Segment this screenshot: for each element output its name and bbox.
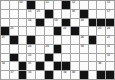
grid-cell[interactable] <box>54 54 63 63</box>
clue-number: 30 <box>80 45 83 48</box>
clue-number: 21 <box>10 27 13 30</box>
grid-cell[interactable] <box>19 45 28 54</box>
grid-cell[interactable] <box>89 71 98 80</box>
grid-cell[interactable] <box>36 45 45 54</box>
grid-cell[interactable] <box>45 62 54 71</box>
grid-cell[interactable] <box>97 45 106 54</box>
crossword-grid: 1011121314151617181920212223242526272829… <box>0 0 115 80</box>
clue-number: 12 <box>72 1 75 4</box>
grid-cell[interactable] <box>1 71 10 80</box>
clue-number: 13 <box>107 1 110 4</box>
grid-cell[interactable] <box>27 27 36 36</box>
grid-cell[interactable] <box>71 45 80 54</box>
grid-cell[interactable]: 30 <box>80 45 89 54</box>
grid-cell[interactable]: 38 <box>27 71 36 80</box>
grid-cell[interactable] <box>10 45 19 54</box>
grid-cell[interactable]: 21 <box>10 27 19 36</box>
grid-cell[interactable] <box>80 62 89 71</box>
grid-cell[interactable]: 23 <box>97 27 106 36</box>
black-cell <box>36 19 45 28</box>
clue-number: 28 <box>28 45 31 48</box>
black-cell <box>36 62 45 71</box>
grid-cell[interactable] <box>1 1 10 10</box>
clue-number: 27 <box>107 36 110 39</box>
black-cell <box>45 10 54 19</box>
grid-cell[interactable] <box>97 36 106 45</box>
grid-cell[interactable] <box>71 19 80 28</box>
grid-cell[interactable]: 15 <box>36 10 45 19</box>
grid-cell[interactable] <box>36 27 45 36</box>
grid-cell[interactable]: 10 <box>19 1 28 10</box>
clue-number: 20 <box>80 19 83 22</box>
grid-cell[interactable] <box>10 1 19 10</box>
grid-cell[interactable]: 20 <box>80 19 89 28</box>
black-cell <box>19 71 28 80</box>
grid-cell[interactable] <box>19 36 28 45</box>
clue-number: 38 <box>28 71 31 74</box>
grid-cell[interactable] <box>19 10 28 19</box>
grid-cell[interactable]: 11 <box>45 1 54 10</box>
grid-cell[interactable]: 19 <box>54 19 63 28</box>
black-cell <box>10 36 19 45</box>
clue-number: 32 <box>28 54 31 57</box>
grid-cell[interactable] <box>89 62 98 71</box>
grid-cell[interactable] <box>89 45 98 54</box>
clue-number: 26 <box>80 36 83 39</box>
grid-cell[interactable]: 36 <box>97 62 106 71</box>
grid-cell[interactable] <box>71 36 80 45</box>
clue-number: 33 <box>107 54 110 57</box>
black-cell <box>54 27 63 36</box>
black-cell <box>54 62 63 71</box>
grid-cell[interactable] <box>89 10 98 19</box>
grid-cell[interactable] <box>45 27 54 36</box>
clue-number: 16 <box>72 10 75 13</box>
grid-cell[interactable]: 22 <box>62 27 71 36</box>
grid-cell[interactable] <box>45 19 54 28</box>
grid-cell[interactable] <box>62 10 71 19</box>
grid-cell[interactable] <box>62 54 71 63</box>
clue-number: 40 <box>72 71 75 74</box>
clue-number: 37 <box>10 71 13 74</box>
grid-cell[interactable] <box>80 1 89 10</box>
grid-cell[interactable] <box>89 27 98 36</box>
grid-cell[interactable] <box>19 54 28 63</box>
grid-cell[interactable] <box>1 45 10 54</box>
grid-cell[interactable] <box>54 1 63 10</box>
grid-cell[interactable] <box>36 36 45 45</box>
grid-cell[interactable]: 39 <box>62 71 71 80</box>
grid-cell[interactable] <box>89 1 98 10</box>
black-cell <box>106 71 115 80</box>
grid-cell[interactable] <box>62 45 71 54</box>
black-cell <box>97 71 106 80</box>
grid-cell[interactable] <box>80 54 89 63</box>
grid-cell[interactable]: 34 <box>1 62 10 71</box>
grid-cell[interactable] <box>106 62 115 71</box>
grid-cell[interactable]: 33 <box>106 54 115 63</box>
clue-number: 18 <box>28 19 31 22</box>
grid-cell[interactable] <box>10 10 19 19</box>
clue-number: 10 <box>19 1 22 4</box>
clue-number: 31 <box>107 45 110 48</box>
clue-number: 34 <box>2 62 5 65</box>
grid-cell[interactable]: 37 <box>10 71 19 80</box>
clue-number: 25 <box>2 36 5 39</box>
clue-number: 36 <box>98 62 101 65</box>
clue-number: 14 <box>28 10 31 13</box>
grid-cell[interactable] <box>36 54 45 63</box>
grid-cell[interactable]: 16 <box>71 10 80 19</box>
grid-cell[interactable] <box>62 36 71 45</box>
grid-cell[interactable] <box>54 71 63 80</box>
black-cell <box>54 45 63 54</box>
clue-number: 24 <box>107 27 110 30</box>
grid-cell[interactable] <box>89 54 98 63</box>
black-cell <box>89 19 98 28</box>
black-cell <box>19 62 28 71</box>
clue-number: 15 <box>37 10 40 13</box>
grid-cell[interactable] <box>19 27 28 36</box>
black-cell <box>71 27 80 36</box>
clue-number: 22 <box>63 27 66 30</box>
grid-cell[interactable] <box>36 71 45 80</box>
grid-cell[interactable]: 18 <box>27 19 36 28</box>
clue-number: 29 <box>45 45 48 48</box>
grid-cell[interactable] <box>97 1 106 10</box>
clue-number: 11 <box>45 1 48 4</box>
black-cell <box>10 54 19 63</box>
black-cell <box>80 71 89 80</box>
black-cell <box>45 54 54 63</box>
clue-number: 39 <box>63 71 66 74</box>
grid-cell[interactable]: 29 <box>45 45 54 54</box>
clue-number: 35 <box>28 62 31 65</box>
black-cell <box>62 1 71 10</box>
black-cell <box>45 71 54 80</box>
grid-cell[interactable] <box>1 10 10 19</box>
clue-number: 19 <box>54 19 57 22</box>
grid-cell[interactable] <box>71 54 80 63</box>
grid-cell[interactable] <box>54 36 63 45</box>
clue-number: 23 <box>98 27 101 30</box>
grid-cell[interactable] <box>1 19 10 28</box>
grid-cell[interactable]: 17 <box>106 10 115 19</box>
grid-cell[interactable]: 25 <box>1 36 10 45</box>
grid-cell[interactable] <box>97 10 106 19</box>
grid-cell[interactable]: 40 <box>71 71 80 80</box>
black-cell <box>89 36 98 45</box>
clue-number: 17 <box>107 10 110 13</box>
grid-cell[interactable] <box>19 19 28 28</box>
